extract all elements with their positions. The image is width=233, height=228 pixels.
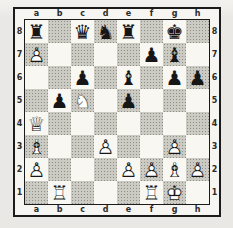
rank-left-label-4: 4 bbox=[15, 112, 24, 135]
file-bottom-label-b: b bbox=[48, 205, 71, 215]
rank-left-label-2: 2 bbox=[15, 158, 24, 181]
square-d8[interactable]: ♞ bbox=[94, 20, 117, 43]
square-h5[interactable] bbox=[186, 89, 209, 112]
file-bottom-label-e: e bbox=[117, 205, 140, 215]
square-g7[interactable]: ♝ bbox=[163, 43, 186, 66]
rank-labels-right: 87654321 bbox=[210, 19, 219, 205]
white-rook-icon: ♜♖ bbox=[140, 181, 163, 204]
file-top-label-c: c bbox=[71, 9, 94, 19]
square-c4[interactable] bbox=[71, 112, 94, 135]
rank-left-label-6: 6 bbox=[15, 66, 24, 89]
square-e5[interactable]: ♟ bbox=[117, 89, 140, 112]
black-bishop-icon: ♝ bbox=[163, 43, 186, 66]
square-b7[interactable] bbox=[48, 43, 71, 66]
file-top-label-e: e bbox=[117, 9, 140, 19]
square-e2[interactable]: ♟♙ bbox=[117, 158, 140, 181]
square-f7[interactable]: ♟ bbox=[140, 43, 163, 66]
square-g3[interactable]: ♟♙ bbox=[163, 135, 186, 158]
black-pawn-icon: ♟ bbox=[48, 89, 71, 112]
rank-right-label-1: 1 bbox=[210, 181, 219, 204]
square-c1[interactable] bbox=[71, 181, 94, 204]
square-a5[interactable] bbox=[25, 89, 48, 112]
square-g5[interactable] bbox=[163, 89, 186, 112]
file-top-label-d: d bbox=[94, 9, 117, 19]
square-a4[interactable]: ♛♕ bbox=[25, 112, 48, 135]
square-d2[interactable] bbox=[94, 158, 117, 181]
rank-right-label-5: 5 bbox=[210, 89, 219, 112]
square-e1[interactable] bbox=[117, 181, 140, 204]
square-h2[interactable]: ♟♙ bbox=[186, 158, 209, 181]
white-pawn-icon: ♟♙ bbox=[117, 158, 140, 181]
file-bottom-label-g: g bbox=[163, 205, 186, 215]
file-top-label-g: g bbox=[163, 9, 186, 19]
black-pawn-icon: ♟ bbox=[71, 66, 94, 89]
file-top-label-a: a bbox=[25, 9, 48, 19]
file-top-label-f: f bbox=[140, 9, 163, 19]
square-d5[interactable] bbox=[94, 89, 117, 112]
white-king-icon: ♚♔ bbox=[163, 181, 186, 204]
square-a2[interactable]: ♟♙ bbox=[25, 158, 48, 181]
black-queen-icon: ♛ bbox=[71, 20, 94, 43]
white-pawn-icon: ♟♙ bbox=[140, 158, 163, 181]
file-bottom-label-h: h bbox=[186, 205, 209, 215]
square-e6[interactable]: ♝ bbox=[117, 66, 140, 89]
file-bottom-label-f: f bbox=[140, 205, 163, 215]
square-d6[interactable] bbox=[94, 66, 117, 89]
white-pawn-icon: ♟♙ bbox=[94, 135, 117, 158]
square-e4[interactable] bbox=[117, 112, 140, 135]
square-c5[interactable]: ♞♘ bbox=[71, 89, 94, 112]
square-a1[interactable] bbox=[25, 181, 48, 204]
square-d4[interactable] bbox=[94, 112, 117, 135]
rank-right-label-3: 3 bbox=[210, 135, 219, 158]
scanned-page: abcdefgh 87654321 ♜♛♞♜♚♟♙♟♝♟♝♟♟♟♞♘♟♛♕♝♗♟… bbox=[0, 0, 233, 228]
square-b3[interactable] bbox=[48, 135, 71, 158]
square-a6[interactable] bbox=[25, 66, 48, 89]
black-bishop-icon: ♝ bbox=[117, 66, 140, 89]
square-d3[interactable]: ♟♙ bbox=[94, 135, 117, 158]
white-bishop-icon: ♝♗ bbox=[163, 158, 186, 181]
square-h4[interactable] bbox=[186, 112, 209, 135]
square-b1[interactable]: ♜♖ bbox=[48, 181, 71, 204]
square-c6[interactable]: ♟ bbox=[71, 66, 94, 89]
square-b2[interactable] bbox=[48, 158, 71, 181]
white-pawn-icon: ♟♙ bbox=[186, 158, 209, 181]
square-c3[interactable] bbox=[71, 135, 94, 158]
square-b4[interactable] bbox=[48, 112, 71, 135]
board-middle-row: 87654321 ♜♛♞♜♚♟♙♟♝♟♝♟♟♟♞♘♟♛♕♝♗♟♙♟♙♟♙♟♙♟♙… bbox=[15, 19, 219, 205]
square-c7[interactable] bbox=[71, 43, 94, 66]
file-top-label-h: h bbox=[186, 9, 209, 19]
black-pawn-icon: ♟ bbox=[186, 66, 209, 89]
square-f4[interactable] bbox=[140, 112, 163, 135]
square-e3[interactable] bbox=[117, 135, 140, 158]
square-c8[interactable]: ♛ bbox=[71, 20, 94, 43]
file-labels-top: abcdefgh bbox=[25, 9, 219, 19]
square-d1[interactable] bbox=[94, 181, 117, 204]
square-g8[interactable]: ♚ bbox=[163, 20, 186, 43]
black-rook-icon: ♜ bbox=[25, 20, 48, 43]
square-g4[interactable] bbox=[163, 112, 186, 135]
black-pawn-icon: ♟ bbox=[140, 43, 163, 66]
rank-right-label-2: 2 bbox=[210, 158, 219, 181]
square-a8[interactable]: ♜ bbox=[25, 20, 48, 43]
square-h1[interactable] bbox=[186, 181, 209, 204]
white-bishop-icon: ♝♗ bbox=[25, 135, 48, 158]
square-d7[interactable] bbox=[94, 43, 117, 66]
square-b6[interactable] bbox=[48, 66, 71, 89]
black-pawn-icon: ♟ bbox=[117, 89, 140, 112]
file-labels-bottom: abcdefgh bbox=[25, 205, 219, 215]
white-queen-icon: ♛♕ bbox=[25, 112, 48, 135]
black-knight-icon: ♞ bbox=[94, 20, 117, 43]
white-knight-icon: ♞♘ bbox=[71, 89, 94, 112]
square-g2[interactable]: ♝♗ bbox=[163, 158, 186, 181]
rank-left-label-1: 1 bbox=[15, 181, 24, 204]
black-rook-icon: ♜ bbox=[117, 20, 140, 43]
file-top-label-b: b bbox=[48, 9, 71, 19]
square-e7[interactable] bbox=[117, 43, 140, 66]
white-pawn-icon: ♟♙ bbox=[25, 158, 48, 181]
square-a7[interactable]: ♟♙ bbox=[25, 43, 48, 66]
square-e8[interactable]: ♜ bbox=[117, 20, 140, 43]
chess-board: ♜♛♞♜♚♟♙♟♝♟♝♟♟♟♞♘♟♛♕♝♗♟♙♟♙♟♙♟♙♟♙♝♗♟♙♜♖♜♖♚… bbox=[24, 19, 210, 205]
square-f8[interactable] bbox=[140, 20, 163, 43]
rank-left-label-5: 5 bbox=[15, 89, 24, 112]
square-c2[interactable] bbox=[71, 158, 94, 181]
square-f5[interactable] bbox=[140, 89, 163, 112]
square-g1[interactable]: ♚♔ bbox=[163, 181, 186, 204]
black-pawn-icon: ♟ bbox=[163, 66, 186, 89]
file-bottom-label-d: d bbox=[94, 205, 117, 215]
rank-labels-left: 87654321 bbox=[15, 19, 24, 205]
rank-left-label-3: 3 bbox=[15, 135, 24, 158]
white-rook-icon: ♜♖ bbox=[48, 181, 71, 204]
black-king-icon: ♚ bbox=[163, 20, 186, 43]
file-bottom-label-c: c bbox=[71, 205, 94, 215]
white-pawn-icon: ♟♙ bbox=[163, 135, 186, 158]
rank-right-label-7: 7 bbox=[210, 43, 219, 66]
square-b5[interactable]: ♟ bbox=[48, 89, 71, 112]
square-h6[interactable]: ♟ bbox=[186, 66, 209, 89]
rank-left-label-8: 8 bbox=[15, 20, 24, 43]
chess-diagram-frame: abcdefgh 87654321 ♜♛♞♜♚♟♙♟♝♟♝♟♟♟♞♘♟♛♕♝♗♟… bbox=[13, 7, 221, 217]
square-f1[interactable]: ♜♖ bbox=[140, 181, 163, 204]
square-h7[interactable] bbox=[186, 43, 209, 66]
white-pawn-icon: ♟♙ bbox=[25, 43, 48, 66]
rank-right-label-6: 6 bbox=[210, 66, 219, 89]
square-f6[interactable] bbox=[140, 66, 163, 89]
square-b8[interactable] bbox=[48, 20, 71, 43]
square-h3[interactable] bbox=[186, 135, 209, 158]
rank-right-label-8: 8 bbox=[210, 20, 219, 43]
file-bottom-label-a: a bbox=[25, 205, 48, 215]
square-f3[interactable] bbox=[140, 135, 163, 158]
square-f2[interactable]: ♟♙ bbox=[140, 158, 163, 181]
square-a3[interactable]: ♝♗ bbox=[25, 135, 48, 158]
rank-left-label-7: 7 bbox=[15, 43, 24, 66]
rank-right-label-4: 4 bbox=[210, 112, 219, 135]
square-h8[interactable] bbox=[186, 20, 209, 43]
square-g6[interactable]: ♟ bbox=[163, 66, 186, 89]
